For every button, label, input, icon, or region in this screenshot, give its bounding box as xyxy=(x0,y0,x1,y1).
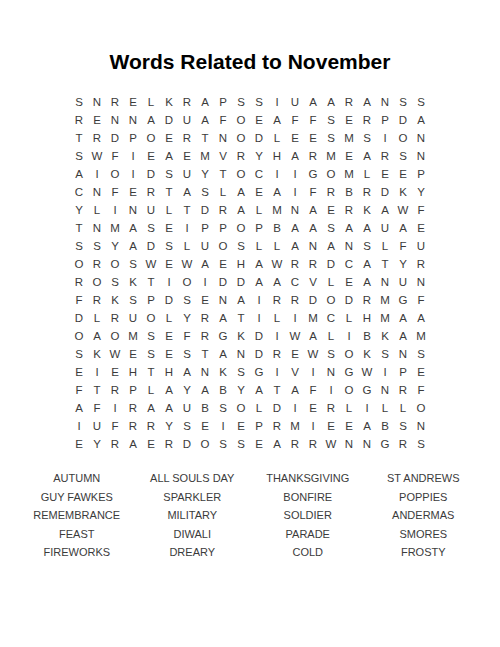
grid-cell-r5c3[interactable]: O xyxy=(106,165,124,183)
grid-cell-r14c15[interactable]: L xyxy=(322,327,340,345)
grid-cell-r10c3[interactable]: O xyxy=(106,255,124,273)
grid-cell-r17c16[interactable]: O xyxy=(340,381,358,399)
grid-cell-r13c17[interactable]: H xyxy=(358,309,376,327)
grid-cell-r17c4[interactable]: P xyxy=(124,381,142,399)
grid-cell-r6c6[interactable]: T xyxy=(160,183,178,201)
grid-cell-r9c11[interactable]: L xyxy=(250,237,268,255)
grid-cell-r20c4[interactable]: A xyxy=(124,435,142,453)
grid-cell-r5c8[interactable]: Y xyxy=(196,165,214,183)
grid-cell-r20c18[interactable]: G xyxy=(376,435,394,453)
grid-cell-r7c20[interactable]: F xyxy=(412,201,430,219)
grid-cell-r6c13[interactable]: I xyxy=(286,183,304,201)
grid-cell-r20c19[interactable]: R xyxy=(394,435,412,453)
grid-cell-r9c14[interactable]: N xyxy=(304,237,322,255)
grid-cell-r14c13[interactable]: W xyxy=(286,327,304,345)
grid-cell-r10c14[interactable]: R xyxy=(304,255,322,273)
grid-cell-r2c11[interactable]: E xyxy=(250,111,268,129)
grid-cell-r6c20[interactable]: Y xyxy=(412,183,430,201)
grid-cell-r18c15[interactable]: R xyxy=(322,399,340,417)
grid-cell-r11c20[interactable]: N xyxy=(412,273,430,291)
grid-cell-r4c20[interactable]: N xyxy=(412,147,430,165)
grid-cell-r3c11[interactable]: D xyxy=(250,129,268,147)
grid-cell-r10c6[interactable]: E xyxy=(160,255,178,273)
grid-cell-r12c10[interactable]: A xyxy=(232,291,250,309)
grid-cell-r8c9[interactable]: P xyxy=(214,219,232,237)
grid-cell-r2c4[interactable]: N xyxy=(124,111,142,129)
grid-cell-r18c10[interactable]: O xyxy=(232,399,250,417)
grid-cell-r3c8[interactable]: T xyxy=(196,129,214,147)
grid-cell-r1c6[interactable]: K xyxy=(160,93,178,111)
grid-cell-r15c18[interactable]: S xyxy=(376,345,394,363)
grid-cell-r10c5[interactable]: W xyxy=(142,255,160,273)
grid-cell-r4c5[interactable]: E xyxy=(142,147,160,165)
grid-cell-r18c13[interactable]: I xyxy=(286,399,304,417)
grid-cell-r4c4[interactable]: I xyxy=(124,147,142,165)
grid-cell-r17c5[interactable]: L xyxy=(142,381,160,399)
grid-cell-r7c1[interactable]: Y xyxy=(70,201,88,219)
grid-cell-r9c10[interactable]: S xyxy=(232,237,250,255)
grid-cell-r16c16[interactable]: G xyxy=(340,363,358,381)
grid-cell-r7c17[interactable]: K xyxy=(358,201,376,219)
grid-cell-r3c3[interactable]: D xyxy=(106,129,124,147)
grid-cell-r3c19[interactable]: O xyxy=(394,129,412,147)
grid-cell-r17c11[interactable]: A xyxy=(250,381,268,399)
grid-cell-r9c17[interactable]: S xyxy=(358,237,376,255)
grid-cell-r8c11[interactable]: P xyxy=(250,219,268,237)
grid-cell-r20c2[interactable]: Y xyxy=(88,435,106,453)
grid-cell-r18c16[interactable]: L xyxy=(340,399,358,417)
grid-cell-r9c5[interactable]: D xyxy=(142,237,160,255)
grid-cell-r16c6[interactable]: H xyxy=(160,363,178,381)
grid-cell-r6c1[interactable]: C xyxy=(70,183,88,201)
grid-cell-r20c1[interactable]: E xyxy=(70,435,88,453)
grid-cell-r9c20[interactable]: U xyxy=(412,237,430,255)
grid-cell-r14c4[interactable]: M xyxy=(124,327,142,345)
grid-cell-r14c3[interactable]: O xyxy=(106,327,124,345)
grid-cell-r3c18[interactable]: I xyxy=(376,129,394,147)
grid-cell-r20c14[interactable]: R xyxy=(304,435,322,453)
grid-cell-r8c20[interactable]: E xyxy=(412,219,430,237)
grid-cell-r2c5[interactable]: A xyxy=(142,111,160,129)
grid-cell-r12c1[interactable]: F xyxy=(70,291,88,309)
grid-cell-r15c6[interactable]: E xyxy=(160,345,178,363)
grid-cell-r4c7[interactable]: E xyxy=(178,147,196,165)
grid-cell-r3c17[interactable]: S xyxy=(358,129,376,147)
grid-cell-r7c2[interactable]: L xyxy=(88,201,106,219)
grid-cell-r3c1[interactable]: T xyxy=(70,129,88,147)
grid-cell-r17c2[interactable]: T xyxy=(88,381,106,399)
grid-cell-r11c8[interactable]: I xyxy=(196,273,214,291)
grid-cell-r14c6[interactable]: E xyxy=(160,327,178,345)
grid-cell-r18c4[interactable]: R xyxy=(124,399,142,417)
grid-cell-r7c13[interactable]: N xyxy=(286,201,304,219)
grid-cell-r18c17[interactable]: I xyxy=(358,399,376,417)
grid-cell-r6c14[interactable]: F xyxy=(304,183,322,201)
grid-cell-r19c10[interactable]: E xyxy=(232,417,250,435)
grid-cell-r4c11[interactable]: Y xyxy=(250,147,268,165)
grid-cell-r15c5[interactable]: S xyxy=(142,345,160,363)
grid-cell-r15c3[interactable]: W xyxy=(106,345,124,363)
grid-cell-r17c10[interactable]: Y xyxy=(232,381,250,399)
grid-cell-r14c12[interactable]: I xyxy=(268,327,286,345)
grid-cell-r1c15[interactable]: A xyxy=(322,93,340,111)
grid-cell-r4c14[interactable]: R xyxy=(304,147,322,165)
grid-cell-r13c11[interactable]: I xyxy=(250,309,268,327)
grid-cell-r16c8[interactable]: N xyxy=(196,363,214,381)
grid-cell-r10c12[interactable]: W xyxy=(268,255,286,273)
grid-cell-r19c7[interactable]: S xyxy=(178,417,196,435)
grid-cell-r2c15[interactable]: S xyxy=(322,111,340,129)
grid-cell-r18c11[interactable]: L xyxy=(250,399,268,417)
grid-cell-r10c13[interactable]: R xyxy=(286,255,304,273)
grid-cell-r15c7[interactable]: S xyxy=(178,345,196,363)
grid-cell-r13c14[interactable]: M xyxy=(304,309,322,327)
grid-cell-r11c9[interactable]: D xyxy=(214,273,232,291)
grid-cell-r2c10[interactable]: O xyxy=(232,111,250,129)
grid-cell-r17c20[interactable]: F xyxy=(412,381,430,399)
grid-cell-r12c13[interactable]: R xyxy=(286,291,304,309)
grid-cell-r9c9[interactable]: O xyxy=(214,237,232,255)
grid-cell-r16c11[interactable]: G xyxy=(250,363,268,381)
grid-cell-r4c6[interactable]: A xyxy=(160,147,178,165)
grid-cell-r5c18[interactable]: E xyxy=(376,165,394,183)
grid-cell-r16c10[interactable]: S xyxy=(232,363,250,381)
grid-cell-r1c9[interactable]: P xyxy=(214,93,232,111)
grid-cell-r6c4[interactable]: E xyxy=(124,183,142,201)
grid-cell-r4c19[interactable]: S xyxy=(394,147,412,165)
grid-cell-r15c16[interactable]: O xyxy=(340,345,358,363)
grid-cell-r10c15[interactable]: D xyxy=(322,255,340,273)
grid-cell-r13c3[interactable]: R xyxy=(106,309,124,327)
grid-cell-r6c12[interactable]: A xyxy=(268,183,286,201)
grid-cell-r5c13[interactable]: I xyxy=(286,165,304,183)
grid-cell-r13c4[interactable]: U xyxy=(124,309,142,327)
grid-cell-r5c6[interactable]: S xyxy=(160,165,178,183)
grid-cell-r20c20[interactable]: S xyxy=(412,435,430,453)
grid-cell-r14c16[interactable]: I xyxy=(340,327,358,345)
grid-cell-r16c7[interactable]: A xyxy=(178,363,196,381)
grid-cell-r6c19[interactable]: K xyxy=(394,183,412,201)
grid-cell-r8c4[interactable]: A xyxy=(124,219,142,237)
grid-cell-r6c11[interactable]: E xyxy=(250,183,268,201)
grid-cell-r18c19[interactable]: L xyxy=(394,399,412,417)
grid-cell-r16c3[interactable]: E xyxy=(106,363,124,381)
grid-cell-r15c15[interactable]: S xyxy=(322,345,340,363)
grid-cell-r16c20[interactable]: E xyxy=(412,363,430,381)
grid-cell-r12c11[interactable]: I xyxy=(250,291,268,309)
grid-cell-r13c7[interactable]: Y xyxy=(178,309,196,327)
grid-cell-r14c5[interactable]: S xyxy=(142,327,160,345)
grid-cell-r9c1[interactable]: S xyxy=(70,237,88,255)
grid-cell-r19c9[interactable]: I xyxy=(214,417,232,435)
grid-cell-r9c4[interactable]: A xyxy=(124,237,142,255)
grid-cell-r18c8[interactable]: B xyxy=(196,399,214,417)
grid-cell-r5c16[interactable]: M xyxy=(340,165,358,183)
grid-cell-r8c6[interactable]: E xyxy=(160,219,178,237)
grid-cell-r2c8[interactable]: A xyxy=(196,111,214,129)
grid-cell-r3c16[interactable]: M xyxy=(340,129,358,147)
grid-cell-r17c9[interactable]: B xyxy=(214,381,232,399)
grid-cell-r8c5[interactable]: S xyxy=(142,219,160,237)
grid-cell-r11c15[interactable]: L xyxy=(322,273,340,291)
grid-cell-r9c12[interactable]: L xyxy=(268,237,286,255)
grid-cell-r11c7[interactable]: O xyxy=(178,273,196,291)
grid-cell-r17c1[interactable]: F xyxy=(70,381,88,399)
grid-cell-r4c1[interactable]: S xyxy=(70,147,88,165)
grid-cell-r13c20[interactable]: A xyxy=(412,309,430,327)
grid-cell-r15c2[interactable]: K xyxy=(88,345,106,363)
grid-cell-r7c4[interactable]: N xyxy=(124,201,142,219)
grid-cell-r2c19[interactable]: D xyxy=(394,111,412,129)
grid-cell-r19c16[interactable]: E xyxy=(340,417,358,435)
grid-cell-r1c2[interactable]: N xyxy=(88,93,106,111)
grid-cell-r19c5[interactable]: R xyxy=(142,417,160,435)
grid-cell-r11c3[interactable]: S xyxy=(106,273,124,291)
grid-cell-r19c18[interactable]: B xyxy=(376,417,394,435)
grid-cell-r17c6[interactable]: A xyxy=(160,381,178,399)
grid-cell-r4c13[interactable]: A xyxy=(286,147,304,165)
grid-cell-r18c5[interactable]: A xyxy=(142,399,160,417)
grid-cell-r11c14[interactable]: V xyxy=(304,273,322,291)
grid-cell-r20c6[interactable]: R xyxy=(160,435,178,453)
grid-cell-r11c4[interactable]: K xyxy=(124,273,142,291)
grid-cell-r20c8[interactable]: O xyxy=(196,435,214,453)
grid-cell-r5c10[interactable]: O xyxy=(232,165,250,183)
grid-cell-r9c8[interactable]: U xyxy=(196,237,214,255)
grid-cell-r1c4[interactable]: E xyxy=(124,93,142,111)
grid-cell-r3c15[interactable]: S xyxy=(322,129,340,147)
grid-cell-r16c13[interactable]: V xyxy=(286,363,304,381)
grid-cell-r7c11[interactable]: L xyxy=(250,201,268,219)
grid-cell-r12c3[interactable]: K xyxy=(106,291,124,309)
grid-cell-r3c5[interactable]: O xyxy=(142,129,160,147)
grid-cell-r1c16[interactable]: R xyxy=(340,93,358,111)
grid-cell-r18c3[interactable]: I xyxy=(106,399,124,417)
grid-cell-r8c2[interactable]: N xyxy=(88,219,106,237)
grid-cell-r20c13[interactable]: R xyxy=(286,435,304,453)
grid-cell-r5c4[interactable]: I xyxy=(124,165,142,183)
grid-cell-r15c9[interactable]: A xyxy=(214,345,232,363)
grid-cell-r1c20[interactable]: S xyxy=(412,93,430,111)
grid-cell-r20c3[interactable]: R xyxy=(106,435,124,453)
grid-cell-r8c1[interactable]: T xyxy=(70,219,88,237)
grid-cell-r20c9[interactable]: S xyxy=(214,435,232,453)
grid-cell-r9c6[interactable]: S xyxy=(160,237,178,255)
grid-cell-r12c2[interactable]: R xyxy=(88,291,106,309)
grid-cell-r3c14[interactable]: E xyxy=(304,129,322,147)
grid-cell-r12c16[interactable]: D xyxy=(340,291,358,309)
grid-cell-r1c17[interactable]: A xyxy=(358,93,376,111)
grid-cell-r13c15[interactable]: C xyxy=(322,309,340,327)
grid-cell-r19c1[interactable]: I xyxy=(70,417,88,435)
grid-cell-r18c12[interactable]: D xyxy=(268,399,286,417)
grid-cell-r11c10[interactable]: D xyxy=(232,273,250,291)
grid-cell-r1c19[interactable]: S xyxy=(394,93,412,111)
grid-cell-r16c4[interactable]: H xyxy=(124,363,142,381)
grid-cell-r4c8[interactable]: M xyxy=(196,147,214,165)
grid-cell-r17c13[interactable]: A xyxy=(286,381,304,399)
grid-cell-r10c8[interactable]: A xyxy=(196,255,214,273)
grid-cell-r20c12[interactable]: A xyxy=(268,435,286,453)
grid-cell-r15c17[interactable]: K xyxy=(358,345,376,363)
grid-cell-r13c6[interactable]: L xyxy=(160,309,178,327)
grid-cell-r16c18[interactable]: I xyxy=(376,363,394,381)
grid-cell-r16c14[interactable]: I xyxy=(304,363,322,381)
grid-cell-r19c20[interactable]: N xyxy=(412,417,430,435)
grid-cell-r7c9[interactable]: R xyxy=(214,201,232,219)
grid-cell-r13c9[interactable]: A xyxy=(214,309,232,327)
grid-cell-r9c7[interactable]: L xyxy=(178,237,196,255)
grid-cell-r4c2[interactable]: W xyxy=(88,147,106,165)
grid-cell-r7c14[interactable]: A xyxy=(304,201,322,219)
grid-cell-r11c2[interactable]: O xyxy=(88,273,106,291)
grid-cell-r2c20[interactable]: A xyxy=(412,111,430,129)
grid-cell-r10c16[interactable]: C xyxy=(340,255,358,273)
grid-cell-r1c8[interactable]: A xyxy=(196,93,214,111)
grid-cell-r12c9[interactable]: N xyxy=(214,291,232,309)
grid-cell-r6c18[interactable]: D xyxy=(376,183,394,201)
grid-cell-r13c1[interactable]: D xyxy=(70,309,88,327)
grid-cell-r18c14[interactable]: E xyxy=(304,399,322,417)
grid-cell-r16c17[interactable]: W xyxy=(358,363,376,381)
grid-cell-r11c5[interactable]: T xyxy=(142,273,160,291)
grid-cell-r19c6[interactable]: Y xyxy=(160,417,178,435)
grid-cell-r9c18[interactable]: L xyxy=(376,237,394,255)
grid-cell-r4c10[interactable]: R xyxy=(232,147,250,165)
grid-cell-r5c11[interactable]: C xyxy=(250,165,268,183)
grid-cell-r12c20[interactable]: F xyxy=(412,291,430,309)
grid-cell-r13c8[interactable]: R xyxy=(196,309,214,327)
grid-cell-r12c19[interactable]: G xyxy=(394,291,412,309)
grid-cell-r9c19[interactable]: F xyxy=(394,237,412,255)
grid-cell-r8c3[interactable]: M xyxy=(106,219,124,237)
grid-cell-r6c15[interactable]: R xyxy=(322,183,340,201)
grid-cell-r10c19[interactable]: Y xyxy=(394,255,412,273)
grid-cell-r5c7[interactable]: U xyxy=(178,165,196,183)
grid-cell-r2c13[interactable]: F xyxy=(286,111,304,129)
grid-cell-r20c7[interactable]: D xyxy=(178,435,196,453)
grid-cell-r5c5[interactable]: D xyxy=(142,165,160,183)
grid-cell-r20c5[interactable]: E xyxy=(142,435,160,453)
grid-cell-r2c3[interactable]: N xyxy=(106,111,124,129)
grid-cell-r7c19[interactable]: W xyxy=(394,201,412,219)
grid-cell-r7c16[interactable]: R xyxy=(340,201,358,219)
grid-cell-r5c20[interactable]: P xyxy=(412,165,430,183)
grid-cell-r18c6[interactable]: A xyxy=(160,399,178,417)
grid-cell-r17c19[interactable]: R xyxy=(394,381,412,399)
grid-cell-r13c19[interactable]: A xyxy=(394,309,412,327)
grid-cell-r18c9[interactable]: S xyxy=(214,399,232,417)
grid-cell-r17c7[interactable]: Y xyxy=(178,381,196,399)
grid-cell-r3c9[interactable]: N xyxy=(214,129,232,147)
grid-cell-r11c16[interactable]: E xyxy=(340,273,358,291)
grid-cell-r4c3[interactable]: F xyxy=(106,147,124,165)
grid-cell-r18c7[interactable]: U xyxy=(178,399,196,417)
grid-cell-r5c12[interactable]: I xyxy=(268,165,286,183)
grid-cell-r18c2[interactable]: F xyxy=(88,399,106,417)
grid-cell-r20c16[interactable]: N xyxy=(340,435,358,453)
grid-cell-r18c20[interactable]: O xyxy=(412,399,430,417)
grid-cell-r12c12[interactable]: R xyxy=(268,291,286,309)
grid-cell-r8c14[interactable]: A xyxy=(304,219,322,237)
grid-cell-r3c6[interactable]: E xyxy=(160,129,178,147)
grid-cell-r1c11[interactable]: S xyxy=(250,93,268,111)
grid-cell-r7c5[interactable]: U xyxy=(142,201,160,219)
grid-cell-r5c1[interactable]: A xyxy=(70,165,88,183)
grid-cell-r13c12[interactable]: L xyxy=(268,309,286,327)
grid-cell-r7c10[interactable]: A xyxy=(232,201,250,219)
grid-cell-r20c11[interactable]: E xyxy=(250,435,268,453)
grid-cell-r19c15[interactable]: E xyxy=(322,417,340,435)
grid-cell-r8c16[interactable]: A xyxy=(340,219,358,237)
grid-cell-r15c10[interactable]: N xyxy=(232,345,250,363)
grid-cell-r19c13[interactable]: M xyxy=(286,417,304,435)
grid-cell-r15c1[interactable]: S xyxy=(70,345,88,363)
grid-cell-r5c15[interactable]: O xyxy=(322,165,340,183)
grid-cell-r3c13[interactable]: E xyxy=(286,129,304,147)
grid-cell-r11c18[interactable]: N xyxy=(376,273,394,291)
grid-cell-r1c5[interactable]: L xyxy=(142,93,160,111)
grid-cell-r8c18[interactable]: U xyxy=(376,219,394,237)
grid-cell-r4c18[interactable]: R xyxy=(376,147,394,165)
grid-cell-r2c2[interactable]: E xyxy=(88,111,106,129)
grid-cell-r13c16[interactable]: L xyxy=(340,309,358,327)
grid-cell-r12c7[interactable]: S xyxy=(178,291,196,309)
grid-cell-r6c10[interactable]: A xyxy=(232,183,250,201)
grid-cell-r6c7[interactable]: A xyxy=(178,183,196,201)
grid-cell-r4c17[interactable]: A xyxy=(358,147,376,165)
grid-cell-r6c16[interactable]: B xyxy=(340,183,358,201)
grid-cell-r9c15[interactable]: A xyxy=(322,237,340,255)
grid-cell-r17c14[interactable]: F xyxy=(304,381,322,399)
grid-cell-r16c15[interactable]: N xyxy=(322,363,340,381)
grid-cell-r6c17[interactable]: R xyxy=(358,183,376,201)
grid-cell-r1c10[interactable]: S xyxy=(232,93,250,111)
grid-cell-r13c10[interactable]: T xyxy=(232,309,250,327)
grid-cell-r7c7[interactable]: T xyxy=(178,201,196,219)
grid-cell-r19c4[interactable]: R xyxy=(124,417,142,435)
grid-cell-r14c14[interactable]: A xyxy=(304,327,322,345)
grid-cell-r8c10[interactable]: O xyxy=(232,219,250,237)
grid-cell-r10c17[interactable]: A xyxy=(358,255,376,273)
grid-cell-r16c12[interactable]: I xyxy=(268,363,286,381)
grid-cell-r11c11[interactable]: A xyxy=(250,273,268,291)
grid-cell-r8c17[interactable]: A xyxy=(358,219,376,237)
grid-cell-r8c15[interactable]: S xyxy=(322,219,340,237)
grid-cell-r4c16[interactable]: E xyxy=(340,147,358,165)
grid-cell-r12c17[interactable]: R xyxy=(358,291,376,309)
grid-cell-r14c1[interactable]: O xyxy=(70,327,88,345)
grid-cell-r14c7[interactable]: F xyxy=(178,327,196,345)
grid-cell-r12c15[interactable]: O xyxy=(322,291,340,309)
grid-cell-r19c19[interactable]: S xyxy=(394,417,412,435)
grid-cell-r5c9[interactable]: T xyxy=(214,165,232,183)
grid-cell-r3c7[interactable]: R xyxy=(178,129,196,147)
grid-cell-r4c12[interactable]: H xyxy=(268,147,286,165)
grid-cell-r8c13[interactable]: A xyxy=(286,219,304,237)
grid-cell-r6c8[interactable]: S xyxy=(196,183,214,201)
grid-cell-r10c20[interactable]: R xyxy=(412,255,430,273)
grid-cell-r10c2[interactable]: R xyxy=(88,255,106,273)
grid-cell-r8c19[interactable]: A xyxy=(394,219,412,237)
grid-cell-r2c6[interactable]: D xyxy=(160,111,178,129)
grid-cell-r16c2[interactable]: I xyxy=(88,363,106,381)
grid-cell-r18c1[interactable]: A xyxy=(70,399,88,417)
grid-cell-r4c15[interactable]: M xyxy=(322,147,340,165)
grid-cell-r9c2[interactable]: S xyxy=(88,237,106,255)
grid-cell-r12c6[interactable]: D xyxy=(160,291,178,309)
grid-cell-r14c20[interactable]: M xyxy=(412,327,430,345)
